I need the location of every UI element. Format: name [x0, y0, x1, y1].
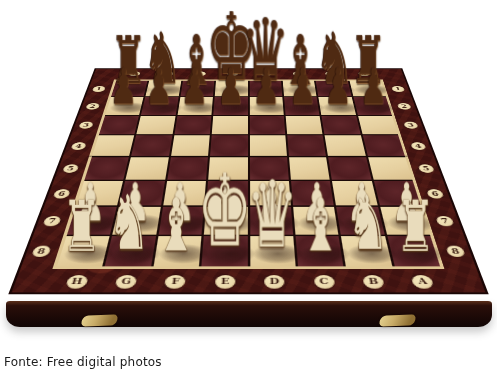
piece-white-knight-g8: ♞: [105, 236, 156, 266]
file-label-far-A: A: [358, 71, 370, 76]
square-g4: [132, 135, 173, 155]
chess-set-photo: HHGGFFEEDDCCBBAA1122334455667788 ♜♞♝♚♛♝♞…: [0, 0, 497, 373]
knight-glyph: ♞: [347, 186, 389, 261]
square-e3: [212, 116, 248, 135]
square-g1: [146, 81, 181, 97]
square-a1: [349, 81, 386, 97]
piece-white-knight-b8: ♞: [341, 236, 392, 266]
square-e1: [215, 81, 248, 97]
square-h4: [92, 135, 134, 155]
bishop-glyph: ♝: [300, 189, 341, 262]
square-d2: [249, 97, 283, 114]
bishop-glyph: ♝: [157, 189, 198, 262]
piece-white-king-e8: ♚: [202, 236, 248, 266]
square-b4: [325, 135, 366, 155]
square-g2: [141, 97, 178, 114]
square-d3: [249, 116, 285, 135]
square-a3: [358, 116, 398, 135]
square-f1: [180, 81, 214, 97]
square-h3: [99, 116, 139, 135]
square-c4: [287, 135, 326, 155]
chess-board: HHGGFFEEDDCCBBAA1122334455667788 ♜♞♝♚♛♝♞…: [8, 68, 488, 294]
file-label-far-D: D: [260, 71, 271, 76]
rook-glyph: ♜: [62, 191, 101, 261]
square-a2: [353, 97, 391, 114]
king-glyph: ♚: [197, 162, 252, 262]
square-h2: [105, 97, 143, 114]
knight-glyph: ♞: [108, 186, 150, 261]
square-f3: [174, 116, 211, 135]
square-e2: [213, 97, 247, 114]
piece-white-bishop-f8: ♝: [153, 236, 201, 266]
box-front-edge: [6, 301, 492, 327]
square-a4: [363, 135, 405, 155]
square-h1: [111, 81, 148, 97]
queen-glyph: ♛: [247, 169, 298, 261]
square-d1: [249, 81, 282, 97]
square-f2: [177, 97, 213, 114]
piece-white-rook-h8: ♜: [57, 236, 110, 266]
square-c1: [283, 81, 317, 97]
square-b3: [322, 116, 361, 135]
source-caption: Fonte: Free digital photos: [4, 355, 162, 369]
file-label-far-C: C: [293, 71, 304, 76]
piece-white-queen-d8: ♛: [250, 236, 296, 266]
square-d4: [249, 135, 286, 155]
square-c3: [286, 116, 323, 135]
rook-glyph: ♜: [396, 191, 435, 261]
square-g3: [137, 116, 176, 135]
piece-white-rook-a8: ♜: [387, 236, 440, 266]
brass-hinge-right-icon: [378, 314, 417, 326]
piece-white-bishop-c8: ♝: [295, 236, 343, 266]
brass-hinge-left-icon: [80, 314, 119, 326]
square-c2: [284, 97, 320, 114]
square-b2: [319, 97, 356, 114]
square-b1: [316, 81, 351, 97]
